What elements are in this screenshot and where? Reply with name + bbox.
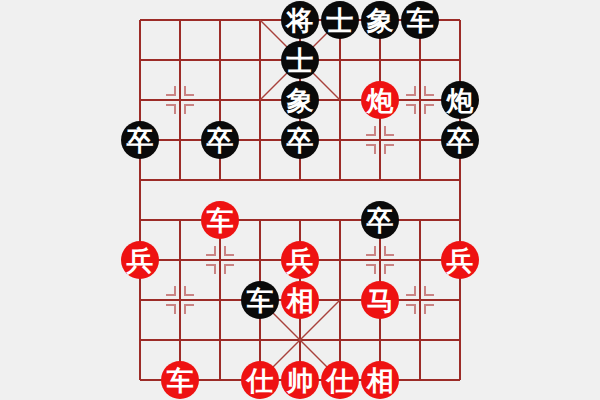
point-1-7[interactable] xyxy=(160,280,200,320)
point-0-5[interactable] xyxy=(120,200,160,240)
point-7-0[interactable]: 车 xyxy=(400,0,440,40)
point-8-9[interactable] xyxy=(440,360,480,400)
point-6-6[interactable] xyxy=(360,240,400,280)
point-8-8[interactable] xyxy=(440,320,480,360)
point-2-0[interactable] xyxy=(200,0,240,40)
piece-black-soldier[interactable]: 卒 xyxy=(361,201,399,239)
point-0-7[interactable] xyxy=(120,280,160,320)
point-3-9[interactable]: 仕 xyxy=(240,360,280,400)
point-0-0[interactable] xyxy=(120,0,160,40)
point-7-9[interactable] xyxy=(400,360,440,400)
point-6-7[interactable]: 马 xyxy=(360,280,400,320)
point-1-2[interactable] xyxy=(160,80,200,120)
point-6-1[interactable] xyxy=(360,40,400,80)
piece-black-soldier[interactable]: 卒 xyxy=(281,121,319,159)
point-8-4[interactable] xyxy=(440,160,480,200)
piece-red-soldier[interactable]: 兵 xyxy=(441,241,479,279)
point-5-1[interactable] xyxy=(320,40,360,80)
point-4-1[interactable]: 士 xyxy=(280,40,320,80)
piece-red-cannon[interactable]: 炮 xyxy=(361,81,399,119)
point-0-3[interactable]: 卒 xyxy=(120,120,160,160)
point-2-2[interactable] xyxy=(200,80,240,120)
point-5-9[interactable]: 仕 xyxy=(320,360,360,400)
point-0-6[interactable]: 兵 xyxy=(120,240,160,280)
point-5-6[interactable] xyxy=(320,240,360,280)
point-6-0[interactable]: 象 xyxy=(360,0,400,40)
point-2-8[interactable] xyxy=(200,320,240,360)
point-8-6[interactable]: 兵 xyxy=(440,240,480,280)
point-8-7[interactable] xyxy=(440,280,480,320)
point-1-9[interactable]: 车 xyxy=(160,360,200,400)
piece-black-elephant[interactable]: 象 xyxy=(361,1,399,39)
point-7-5[interactable] xyxy=(400,200,440,240)
point-1-1[interactable] xyxy=(160,40,200,80)
piece-black-soldier[interactable]: 卒 xyxy=(121,121,159,159)
xiangqi-board: 将士象车士象炮炮卒卒卒卒车卒兵兵兵车相马车仕帅仕相 xyxy=(0,0,600,400)
point-0-4[interactable] xyxy=(120,160,160,200)
point-3-3[interactable] xyxy=(240,120,280,160)
point-0-1[interactable] xyxy=(120,40,160,80)
point-0-9[interactable] xyxy=(120,360,160,400)
point-6-4[interactable] xyxy=(360,160,400,200)
point-4-4[interactable] xyxy=(280,160,320,200)
point-1-5[interactable] xyxy=(160,200,200,240)
piece-red-soldier[interactable]: 兵 xyxy=(121,241,159,279)
point-5-5[interactable] xyxy=(320,200,360,240)
piece-red-chariot[interactable]: 车 xyxy=(161,361,199,399)
point-0-8[interactable] xyxy=(120,320,160,360)
point-3-0[interactable] xyxy=(240,0,280,40)
point-2-6[interactable] xyxy=(200,240,240,280)
piece-red-elephant[interactable]: 相 xyxy=(361,361,399,399)
point-2-9[interactable] xyxy=(200,360,240,400)
point-3-4[interactable] xyxy=(240,160,280,200)
piece-red-elephant[interactable]: 相 xyxy=(281,281,319,319)
point-1-8[interactable] xyxy=(160,320,200,360)
point-7-2[interactable] xyxy=(400,80,440,120)
point-3-1[interactable] xyxy=(240,40,280,80)
point-6-2[interactable]: 炮 xyxy=(360,80,400,120)
point-4-8[interactable] xyxy=(280,320,320,360)
point-2-1[interactable] xyxy=(200,40,240,80)
point-5-7[interactable] xyxy=(320,280,360,320)
piece-red-horse[interactable]: 马 xyxy=(361,281,399,319)
point-2-3[interactable]: 卒 xyxy=(200,120,240,160)
point-5-8[interactable] xyxy=(320,320,360,360)
point-6-5[interactable]: 卒 xyxy=(360,200,400,240)
point-7-3[interactable] xyxy=(400,120,440,160)
point-6-9[interactable]: 相 xyxy=(360,360,400,400)
piece-black-soldier[interactable]: 卒 xyxy=(441,121,479,159)
point-5-2[interactable] xyxy=(320,80,360,120)
point-3-7[interactable]: 车 xyxy=(240,280,280,320)
point-1-3[interactable] xyxy=(160,120,200,160)
point-6-3[interactable] xyxy=(360,120,400,160)
point-8-3[interactable]: 卒 xyxy=(440,120,480,160)
point-1-6[interactable] xyxy=(160,240,200,280)
point-4-5[interactable] xyxy=(280,200,320,240)
point-5-4[interactable] xyxy=(320,160,360,200)
point-3-6[interactable] xyxy=(240,240,280,280)
point-7-8[interactable] xyxy=(400,320,440,360)
point-4-6[interactable]: 兵 xyxy=(280,240,320,280)
point-8-0[interactable] xyxy=(440,0,480,40)
piece-red-advisor[interactable]: 仕 xyxy=(321,361,359,399)
piece-red-soldier[interactable]: 兵 xyxy=(281,241,319,279)
point-4-7[interactable]: 相 xyxy=(280,280,320,320)
point-3-5[interactable] xyxy=(240,200,280,240)
point-4-2[interactable]: 象 xyxy=(280,80,320,120)
piece-red-chariot[interactable]: 车 xyxy=(201,201,239,239)
point-7-1[interactable] xyxy=(400,40,440,80)
point-2-5[interactable]: 车 xyxy=(200,200,240,240)
point-5-0[interactable]: 士 xyxy=(320,0,360,40)
point-8-5[interactable] xyxy=(440,200,480,240)
point-7-7[interactable] xyxy=(400,280,440,320)
piece-black-cannon[interactable]: 炮 xyxy=(441,81,479,119)
piece-black-advisor[interactable]: 士 xyxy=(321,1,359,39)
piece-black-general[interactable]: 将 xyxy=(281,1,319,39)
point-0-2[interactable] xyxy=(120,80,160,120)
point-4-3[interactable]: 卒 xyxy=(280,120,320,160)
piece-black-elephant[interactable]: 象 xyxy=(281,81,319,119)
piece-black-chariot[interactable]: 车 xyxy=(401,1,439,39)
point-3-2[interactable] xyxy=(240,80,280,120)
piece-black-chariot[interactable]: 车 xyxy=(241,281,279,319)
point-8-2[interactable]: 炮 xyxy=(440,80,480,120)
point-7-4[interactable] xyxy=(400,160,440,200)
point-2-4[interactable] xyxy=(200,160,240,200)
piece-black-soldier[interactable]: 卒 xyxy=(201,121,239,159)
point-5-3[interactable] xyxy=(320,120,360,160)
point-4-9[interactable]: 帅 xyxy=(280,360,320,400)
piece-black-advisor[interactable]: 士 xyxy=(281,41,319,79)
point-7-6[interactable] xyxy=(400,240,440,280)
point-2-7[interactable] xyxy=(200,280,240,320)
point-6-8[interactable] xyxy=(360,320,400,360)
piece-red-advisor[interactable]: 仕 xyxy=(241,361,279,399)
point-4-0[interactable]: 将 xyxy=(280,0,320,40)
point-3-8[interactable] xyxy=(240,320,280,360)
point-1-0[interactable] xyxy=(160,0,200,40)
board-points: 将士象车士象炮炮卒卒卒卒车卒兵兵兵车相马车仕帅仕相 xyxy=(120,0,480,400)
point-8-1[interactable] xyxy=(440,40,480,80)
piece-red-general[interactable]: 帅 xyxy=(281,361,319,399)
point-1-4[interactable] xyxy=(160,160,200,200)
